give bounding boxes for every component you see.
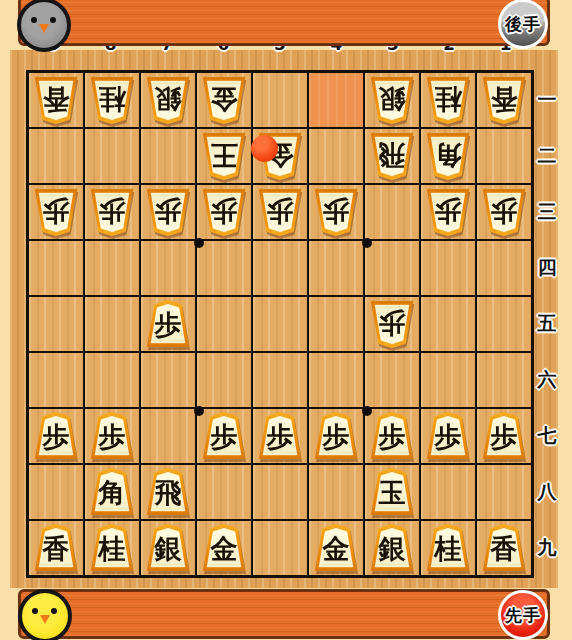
piece-pawn-gote-43[interactable]: 歩 xyxy=(314,188,358,236)
koma-face: 飛 xyxy=(374,136,410,176)
square-66[interactable] xyxy=(197,353,251,407)
koma-face: 歩 xyxy=(262,416,298,456)
koma-face: 歩 xyxy=(94,416,130,456)
koma-face: 歩 xyxy=(430,416,466,456)
rank-label-4: 四 xyxy=(534,240,560,296)
koma-kanji: 歩 xyxy=(99,198,126,225)
square-31[interactable]: 銀 xyxy=(365,73,419,127)
square-89[interactable]: 桂 xyxy=(85,521,139,575)
square-19[interactable]: 香 xyxy=(477,521,531,575)
koma-shape: 香 xyxy=(482,76,526,124)
chick-right-eye-icon xyxy=(51,608,57,614)
koma-shape: 歩 xyxy=(370,300,414,348)
square-56[interactable] xyxy=(253,353,307,407)
koma-kanji: 金 xyxy=(211,86,238,113)
piece-king-gote-62[interactable]: 王 xyxy=(202,132,246,180)
square-69[interactable]: 金 xyxy=(197,521,251,575)
koma-shape: 桂 xyxy=(90,76,134,124)
koma-shape: 歩 xyxy=(426,188,470,236)
square-72[interactable] xyxy=(141,129,195,183)
square-74[interactable] xyxy=(141,241,195,295)
koma-kanji: 王 xyxy=(211,142,238,169)
rank-label-5: 五 xyxy=(534,296,560,352)
hoshi-dot-2 xyxy=(362,238,372,248)
koma-face: 歩 xyxy=(206,416,242,456)
koma-kanji: 香 xyxy=(43,86,70,113)
rank-label-2: 二 xyxy=(534,128,560,184)
shogi-app-screen: 987654321 一二三四五六七八九 香桂銀金銀桂香王金飛角歩歩歩歩歩歩歩歩歩… xyxy=(0,0,572,640)
square-88[interactable]: 角 xyxy=(85,465,139,519)
koma-kanji: 角 xyxy=(99,480,126,507)
piece-king-sente-38[interactable]: 玉 xyxy=(370,468,414,516)
koma-shape: 歩 xyxy=(202,188,246,236)
koma-shape: 歩 xyxy=(202,412,246,460)
chick-beak-icon xyxy=(40,615,50,624)
koma-shape: 歩 xyxy=(426,412,470,460)
piece-pawn-sente-47[interactable]: 歩 xyxy=(314,412,358,460)
square-51[interactable] xyxy=(253,73,307,127)
koma-face: 銀 xyxy=(150,80,186,120)
bird-beak-icon xyxy=(39,24,49,33)
koma-kanji: 歩 xyxy=(267,424,294,451)
koma-shape: 香 xyxy=(482,524,526,572)
piece-pawn-gote-83[interactable]: 歩 xyxy=(90,188,134,236)
rank-label-6: 六 xyxy=(534,352,560,408)
square-24[interactable] xyxy=(421,241,475,295)
koma-shape: 桂 xyxy=(426,524,470,572)
square-61[interactable]: 金 xyxy=(197,73,251,127)
koma-face: 香 xyxy=(486,528,522,568)
koma-face: 桂 xyxy=(430,80,466,120)
square-63[interactable]: 歩 xyxy=(197,185,251,239)
koma-kanji: 銀 xyxy=(155,536,182,563)
rank-label-8: 八 xyxy=(534,464,560,520)
koma-kanji: 香 xyxy=(491,86,518,113)
koma-face: 歩 xyxy=(430,192,466,232)
square-57[interactable]: 歩 xyxy=(253,409,307,463)
koma-shape: 歩 xyxy=(90,188,134,236)
piece-knight-gote-81[interactable]: 桂 xyxy=(90,76,134,124)
koma-face: 香 xyxy=(486,80,522,120)
piece-pawn-sente-87[interactable]: 歩 xyxy=(90,412,134,460)
square-22[interactable]: 角 xyxy=(421,129,475,183)
square-29[interactable]: 桂 xyxy=(421,521,475,575)
square-13[interactable]: 歩 xyxy=(477,185,531,239)
sente-badge: 先手 xyxy=(498,590,548,640)
koma-shape: 歩 xyxy=(314,412,358,460)
piece-gold-sente-69[interactable]: 金 xyxy=(202,524,246,572)
square-53[interactable]: 歩 xyxy=(253,185,307,239)
square-11[interactable]: 香 xyxy=(477,73,531,127)
piece-lance-sente-19[interactable]: 香 xyxy=(482,524,526,572)
square-17[interactable]: 歩 xyxy=(477,409,531,463)
square-36[interactable] xyxy=(365,353,419,407)
square-96[interactable] xyxy=(29,353,83,407)
piece-pawn-gote-93[interactable]: 歩 xyxy=(34,188,78,236)
koma-shape: 銀 xyxy=(370,524,414,572)
square-94[interactable] xyxy=(29,241,83,295)
square-73[interactable]: 歩 xyxy=(141,185,195,239)
square-35[interactable]: 歩 xyxy=(365,297,419,351)
koma-face: 歩 xyxy=(318,416,354,456)
square-95[interactable] xyxy=(29,297,83,351)
rank-label-3: 三 xyxy=(534,184,560,240)
koma-kanji: 桂 xyxy=(435,536,462,563)
piece-pawn-gote-35[interactable]: 歩 xyxy=(370,300,414,348)
square-76[interactable] xyxy=(141,353,195,407)
koma-kanji: 歩 xyxy=(435,198,462,225)
koma-kanji: 歩 xyxy=(43,424,70,451)
square-97[interactable]: 歩 xyxy=(29,409,83,463)
square-37[interactable]: 歩 xyxy=(365,409,419,463)
square-98[interactable] xyxy=(29,465,83,519)
koma-kanji: 銀 xyxy=(379,536,406,563)
koma-face: 角 xyxy=(430,136,466,176)
square-16[interactable] xyxy=(477,353,531,407)
square-34[interactable] xyxy=(365,241,419,295)
koma-shape: 桂 xyxy=(426,76,470,124)
koma-kanji: 歩 xyxy=(435,424,462,451)
shogi-board[interactable]: 香桂銀金銀桂香王金飛角歩歩歩歩歩歩歩歩歩歩歩歩歩歩歩歩歩歩角飛玉香桂銀金金銀桂香 xyxy=(26,70,534,578)
koma-face: 歩 xyxy=(150,192,186,232)
rank-label-1: 一 xyxy=(534,72,560,128)
square-44[interactable] xyxy=(309,241,363,295)
square-27[interactable]: 歩 xyxy=(421,409,475,463)
koma-kanji: 桂 xyxy=(99,536,126,563)
square-67[interactable]: 歩 xyxy=(197,409,251,463)
koma-kanji: 飛 xyxy=(379,142,406,169)
koma-kanji: 歩 xyxy=(99,424,126,451)
koma-face: 桂 xyxy=(94,80,130,120)
square-39[interactable]: 銀 xyxy=(365,521,419,575)
piece-silver-gote-71[interactable]: 銀 xyxy=(146,76,190,124)
koma-face: 銀 xyxy=(374,80,410,120)
piece-pawn-sente-37[interactable]: 歩 xyxy=(370,412,414,460)
koma-shape: 桂 xyxy=(90,524,134,572)
koma-kanji: 歩 xyxy=(155,198,182,225)
koma-shape: 玉 xyxy=(370,468,414,516)
square-68[interactable] xyxy=(197,465,251,519)
piece-pawn-sente-67[interactable]: 歩 xyxy=(202,412,246,460)
rank-coordinate-labels: 一二三四五六七八九 xyxy=(534,72,560,576)
hoshi-dot-4 xyxy=(362,406,372,416)
square-18[interactable] xyxy=(477,465,531,519)
square-47[interactable]: 歩 xyxy=(309,409,363,463)
square-84[interactable] xyxy=(85,241,139,295)
koma-kanji: 金 xyxy=(211,536,238,563)
piece-pawn-gote-63[interactable]: 歩 xyxy=(202,188,246,236)
koma-kanji: 銀 xyxy=(379,86,406,113)
koma-face: 金 xyxy=(318,528,354,568)
koma-shape: 銀 xyxy=(146,76,190,124)
square-12[interactable] xyxy=(477,129,531,183)
koma-kanji: 桂 xyxy=(435,86,462,113)
koma-kanji: 歩 xyxy=(323,198,350,225)
bird-left-eye-icon xyxy=(31,17,37,23)
koma-shape: 金 xyxy=(314,524,358,572)
square-65[interactable] xyxy=(197,297,251,351)
koma-shape: 歩 xyxy=(146,300,190,348)
piece-lance-gote-91[interactable]: 香 xyxy=(34,76,78,124)
gote-badge: 後手 xyxy=(498,0,548,49)
koma-face: 歩 xyxy=(94,192,130,232)
sente-label: 先手 xyxy=(505,604,541,627)
square-64[interactable] xyxy=(197,241,251,295)
hoshi-dot-3 xyxy=(194,406,204,416)
koma-shape: 歩 xyxy=(482,188,526,236)
square-77[interactable] xyxy=(141,409,195,463)
gote-player-banner xyxy=(18,0,550,46)
koma-kanji: 桂 xyxy=(99,86,126,113)
koma-shape: 歩 xyxy=(34,188,78,236)
koma-shape: 歩 xyxy=(314,188,358,236)
square-46[interactable] xyxy=(309,353,363,407)
koma-kanji: 歩 xyxy=(155,312,182,339)
square-25[interactable] xyxy=(421,297,475,351)
koma-kanji: 歩 xyxy=(491,198,518,225)
piece-pawn-sente-57[interactable]: 歩 xyxy=(258,412,302,460)
piece-lance-gote-11[interactable]: 香 xyxy=(482,76,526,124)
koma-kanji: 歩 xyxy=(379,424,406,451)
piece-silver-gote-31[interactable]: 銀 xyxy=(370,76,414,124)
piece-knight-sente-89[interactable]: 桂 xyxy=(90,524,134,572)
square-38[interactable]: 玉 xyxy=(365,465,419,519)
square-14[interactable] xyxy=(477,241,531,295)
square-82[interactable] xyxy=(85,129,139,183)
koma-shape: 香 xyxy=(34,76,78,124)
koma-shape: 歩 xyxy=(258,188,302,236)
koma-face: 歩 xyxy=(150,304,186,344)
koma-face: 歩 xyxy=(374,304,410,344)
sente-avatar-chick-icon xyxy=(18,589,72,640)
piece-pawn-gote-73[interactable]: 歩 xyxy=(146,188,190,236)
koma-shape: 歩 xyxy=(34,412,78,460)
square-41[interactable] xyxy=(309,73,363,127)
koma-face: 飛 xyxy=(150,472,186,512)
square-58[interactable] xyxy=(253,465,307,519)
koma-shape: 香 xyxy=(34,524,78,572)
koma-kanji: 香 xyxy=(43,536,70,563)
square-32[interactable]: 飛 xyxy=(365,129,419,183)
piece-gold-sente-49[interactable]: 金 xyxy=(314,524,358,572)
rank-label-9: 九 xyxy=(534,520,560,576)
koma-shape: 銀 xyxy=(370,76,414,124)
square-49[interactable]: 金 xyxy=(309,521,363,575)
last-move-marker-dot xyxy=(251,135,278,162)
piece-rook-gote-32[interactable]: 飛 xyxy=(370,132,414,180)
square-78[interactable]: 飛 xyxy=(141,465,195,519)
square-83[interactable]: 歩 xyxy=(85,185,139,239)
chick-left-eye-icon xyxy=(32,608,38,614)
piece-pawn-sente-17[interactable]: 歩 xyxy=(482,412,526,460)
koma-kanji: 歩 xyxy=(211,198,238,225)
koma-face: 銀 xyxy=(374,528,410,568)
koma-shape: 銀 xyxy=(146,524,190,572)
square-33[interactable] xyxy=(365,185,419,239)
koma-shape: 角 xyxy=(90,468,134,516)
koma-face: 角 xyxy=(94,472,130,512)
gote-label: 後手 xyxy=(505,13,541,36)
koma-face: 香 xyxy=(38,80,74,120)
square-86[interactable] xyxy=(85,353,139,407)
koma-shape: 飛 xyxy=(146,468,190,516)
koma-face: 歩 xyxy=(38,192,74,232)
square-71[interactable]: 銀 xyxy=(141,73,195,127)
piece-lance-sente-99[interactable]: 香 xyxy=(34,524,78,572)
koma-face: 銀 xyxy=(150,528,186,568)
koma-kanji: 歩 xyxy=(323,424,350,451)
square-81[interactable]: 桂 xyxy=(85,73,139,127)
piece-silver-sente-79[interactable]: 銀 xyxy=(146,524,190,572)
square-26[interactable] xyxy=(421,353,475,407)
koma-shape: 歩 xyxy=(146,188,190,236)
koma-kanji: 歩 xyxy=(43,198,70,225)
piece-pawn-gote-53[interactable]: 歩 xyxy=(258,188,302,236)
koma-shape: 金 xyxy=(202,76,246,124)
koma-kanji: 玉 xyxy=(379,480,406,507)
square-42[interactable] xyxy=(309,129,363,183)
square-23[interactable]: 歩 xyxy=(421,185,475,239)
koma-face: 歩 xyxy=(318,192,354,232)
piece-gold-gote-61[interactable]: 金 xyxy=(202,76,246,124)
koma-shape: 王 xyxy=(202,132,246,180)
square-99[interactable]: 香 xyxy=(29,521,83,575)
koma-shape: 歩 xyxy=(258,412,302,460)
koma-shape: 歩 xyxy=(370,412,414,460)
piece-knight-sente-29[interactable]: 桂 xyxy=(426,524,470,572)
piece-pawn-gote-23[interactable]: 歩 xyxy=(426,188,470,236)
square-21[interactable]: 桂 xyxy=(421,73,475,127)
koma-face: 歩 xyxy=(38,416,74,456)
koma-face: 歩 xyxy=(374,416,410,456)
koma-face: 歩 xyxy=(486,192,522,232)
sente-player-banner xyxy=(18,589,550,639)
koma-shape: 歩 xyxy=(482,412,526,460)
square-87[interactable]: 歩 xyxy=(85,409,139,463)
koma-kanji: 香 xyxy=(491,536,518,563)
koma-face: 桂 xyxy=(430,528,466,568)
koma-shape: 金 xyxy=(202,524,246,572)
koma-face: 歩 xyxy=(206,192,242,232)
square-93[interactable]: 歩 xyxy=(29,185,83,239)
square-43[interactable]: 歩 xyxy=(309,185,363,239)
koma-shape: 角 xyxy=(426,132,470,180)
koma-face: 桂 xyxy=(94,528,130,568)
piece-pawn-sente-75[interactable]: 歩 xyxy=(146,300,190,348)
koma-kanji: 歩 xyxy=(379,310,406,337)
square-54[interactable] xyxy=(253,241,307,295)
square-92[interactable] xyxy=(29,129,83,183)
square-79[interactable]: 銀 xyxy=(141,521,195,575)
square-91[interactable]: 香 xyxy=(29,73,83,127)
piece-bishop-gote-22[interactable]: 角 xyxy=(426,132,470,180)
koma-face: 玉 xyxy=(374,472,410,512)
koma-face: 王 xyxy=(206,136,242,176)
square-59[interactable] xyxy=(253,521,307,575)
square-62[interactable]: 王 xyxy=(197,129,251,183)
piece-pawn-gote-13[interactable]: 歩 xyxy=(482,188,526,236)
koma-face: 歩 xyxy=(262,192,298,232)
piece-rook-sente-78[interactable]: 飛 xyxy=(146,468,190,516)
bird-right-eye-icon xyxy=(50,17,56,23)
gote-avatar-bird-icon xyxy=(17,0,71,52)
koma-face: 歩 xyxy=(486,416,522,456)
rank-label-7: 七 xyxy=(534,408,560,464)
piece-bishop-sente-88[interactable]: 角 xyxy=(90,468,134,516)
square-48[interactable] xyxy=(309,465,363,519)
koma-shape: 飛 xyxy=(370,132,414,180)
koma-kanji: 銀 xyxy=(155,86,182,113)
koma-kanji: 角 xyxy=(435,142,462,169)
square-55[interactable] xyxy=(253,297,307,351)
square-15[interactable] xyxy=(477,297,531,351)
koma-kanji: 歩 xyxy=(267,198,294,225)
piece-pawn-sente-27[interactable]: 歩 xyxy=(426,412,470,460)
koma-kanji: 飛 xyxy=(155,480,182,507)
piece-silver-sente-39[interactable]: 銀 xyxy=(370,524,414,572)
square-45[interactable] xyxy=(309,297,363,351)
koma-kanji: 歩 xyxy=(491,424,518,451)
square-85[interactable] xyxy=(85,297,139,351)
koma-shape: 歩 xyxy=(90,412,134,460)
koma-kanji: 金 xyxy=(323,536,350,563)
koma-face: 金 xyxy=(206,528,242,568)
koma-face: 金 xyxy=(206,80,242,120)
koma-face: 香 xyxy=(38,528,74,568)
koma-kanji: 歩 xyxy=(211,424,238,451)
square-28[interactable] xyxy=(421,465,475,519)
piece-knight-gote-21[interactable]: 桂 xyxy=(426,76,470,124)
square-75[interactable]: 歩 xyxy=(141,297,195,351)
hoshi-dot-1 xyxy=(194,238,204,248)
piece-pawn-sente-97[interactable]: 歩 xyxy=(34,412,78,460)
